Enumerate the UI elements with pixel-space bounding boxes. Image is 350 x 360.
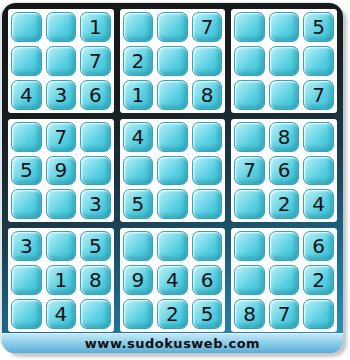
cell-r5c8[interactable]: 6: [269, 156, 300, 186]
cell-r3c7[interactable]: [234, 80, 265, 110]
cell-r8c3[interactable]: 8: [80, 265, 111, 295]
cell-r1c8[interactable]: [269, 12, 300, 42]
cell-r8c1[interactable]: [11, 265, 42, 295]
cell-r2c4[interactable]: 2: [123, 46, 154, 76]
cell-r1c9[interactable]: 5: [303, 12, 334, 42]
cell-r7c7[interactable]: [234, 231, 265, 261]
site-url[interactable]: www.sudokusweb.com: [85, 336, 260, 351]
cell-r3c6[interactable]: 8: [192, 80, 223, 110]
box-1-1: 45: [120, 119, 226, 223]
cell-r4c2[interactable]: 7: [46, 122, 77, 152]
cell-r6c6[interactable]: [192, 189, 223, 219]
cell-r9c6[interactable]: 5: [192, 299, 223, 329]
cell-r9c1[interactable]: [11, 299, 42, 329]
box-1-2: 87624: [231, 119, 337, 223]
cell-r6c8[interactable]: 2: [269, 189, 300, 219]
cell-r7c9[interactable]: 6: [303, 231, 334, 261]
box-2-2: 6287: [231, 228, 337, 332]
cell-r1c3[interactable]: 1: [80, 12, 111, 42]
cell-r4c1[interactable]: [11, 122, 42, 152]
cell-r3c3[interactable]: 6: [80, 80, 111, 110]
cell-r2c5[interactable]: [157, 46, 188, 76]
cell-r6c2[interactable]: [46, 189, 77, 219]
cell-r5c2[interactable]: 9: [46, 156, 77, 186]
cell-r5c9[interactable]: [303, 156, 334, 186]
cell-r5c6[interactable]: [192, 156, 223, 186]
cell-r1c1[interactable]: [11, 12, 42, 42]
cell-r6c9[interactable]: 4: [303, 189, 334, 219]
page: 174367218577593458762435184946256287 www…: [0, 0, 350, 360]
cell-r9c3[interactable]: [80, 299, 111, 329]
cell-r4c5[interactable]: [157, 122, 188, 152]
cell-r1c5[interactable]: [157, 12, 188, 42]
cell-r5c4[interactable]: [123, 156, 154, 186]
cell-r2c1[interactable]: [11, 46, 42, 76]
sudoku-grid: 174367218577593458762435184946256287: [8, 9, 337, 332]
cell-r2c8[interactable]: [269, 46, 300, 76]
cell-r2c7[interactable]: [234, 46, 265, 76]
cell-r3c8[interactable]: [269, 80, 300, 110]
cell-r7c3[interactable]: 5: [80, 231, 111, 261]
cell-r6c4[interactable]: 5: [123, 189, 154, 219]
cell-r5c3[interactable]: [80, 156, 111, 186]
cell-r6c3[interactable]: 3: [80, 189, 111, 219]
cell-r8c5[interactable]: 4: [157, 265, 188, 295]
cell-r6c5[interactable]: [157, 189, 188, 219]
cell-r7c4[interactable]: [123, 231, 154, 261]
cell-r2c2[interactable]: [46, 46, 77, 76]
cell-r9c7[interactable]: 8: [234, 299, 265, 329]
cell-r7c5[interactable]: [157, 231, 188, 261]
box-0-0: 17436: [8, 9, 114, 113]
cell-r8c6[interactable]: 6: [192, 265, 223, 295]
cell-r4c8[interactable]: 8: [269, 122, 300, 152]
box-0-1: 7218: [120, 9, 226, 113]
cell-r1c4[interactable]: [123, 12, 154, 42]
cell-r3c5[interactable]: [157, 80, 188, 110]
cell-r5c7[interactable]: 7: [234, 156, 265, 186]
cell-r6c1[interactable]: [11, 189, 42, 219]
box-0-2: 57: [231, 9, 337, 113]
cell-r5c1[interactable]: 5: [11, 156, 42, 186]
cell-r9c4[interactable]: [123, 299, 154, 329]
cell-r4c3[interactable]: [80, 122, 111, 152]
cell-r8c4[interactable]: 9: [123, 265, 154, 295]
footer-bar: www.sudokusweb.com: [2, 333, 343, 353]
cell-r9c9[interactable]: [303, 299, 334, 329]
cell-r7c1[interactable]: 3: [11, 231, 42, 261]
cell-r9c5[interactable]: 2: [157, 299, 188, 329]
cell-r1c7[interactable]: [234, 12, 265, 42]
cell-r9c2[interactable]: 4: [46, 299, 77, 329]
cell-r1c6[interactable]: 7: [192, 12, 223, 42]
cell-r7c8[interactable]: [269, 231, 300, 261]
cell-r3c4[interactable]: 1: [123, 80, 154, 110]
box-2-1: 94625: [120, 228, 226, 332]
cell-r6c7[interactable]: [234, 189, 265, 219]
cell-r3c9[interactable]: 7: [303, 80, 334, 110]
box-2-0: 35184: [8, 228, 114, 332]
cell-r9c8[interactable]: 7: [269, 299, 300, 329]
cell-r8c7[interactable]: [234, 265, 265, 295]
cell-r2c3[interactable]: 7: [80, 46, 111, 76]
cell-r7c2[interactable]: [46, 231, 77, 261]
cell-r1c2[interactable]: [46, 12, 77, 42]
cell-r7c6[interactable]: [192, 231, 223, 261]
sudoku-board: 174367218577593458762435184946256287 www…: [2, 3, 343, 353]
box-1-0: 7593: [8, 119, 114, 223]
cell-r2c6[interactable]: [192, 46, 223, 76]
cell-r4c9[interactable]: [303, 122, 334, 152]
cell-r2c9[interactable]: [303, 46, 334, 76]
cell-r8c9[interactable]: 2: [303, 265, 334, 295]
cell-r4c6[interactable]: [192, 122, 223, 152]
cell-r5c5[interactable]: [157, 156, 188, 186]
cell-r8c2[interactable]: 1: [46, 265, 77, 295]
cell-r3c2[interactable]: 3: [46, 80, 77, 110]
cell-r8c8[interactable]: [269, 265, 300, 295]
cell-r3c1[interactable]: 4: [11, 80, 42, 110]
cell-r4c7[interactable]: [234, 122, 265, 152]
cell-r4c4[interactable]: 4: [123, 122, 154, 152]
